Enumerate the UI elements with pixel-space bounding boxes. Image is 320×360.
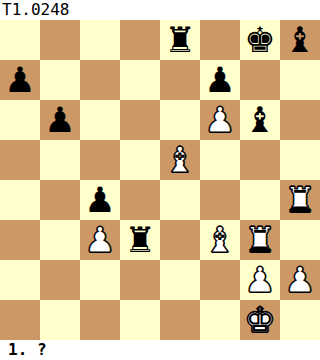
white-pawn: ♟ <box>284 260 315 300</box>
square-d2[interactable] <box>120 260 160 300</box>
square-f5[interactable] <box>200 140 240 180</box>
square-f7[interactable]: ♟ <box>200 60 240 100</box>
square-d3[interactable]: ♜ <box>120 220 160 260</box>
square-f3[interactable]: ♝ <box>200 220 240 260</box>
chess-board: ♜♚♝♟♟♟♟♝♝♟♜♟♜♝♜♟♟♚ <box>0 20 320 340</box>
square-a1[interactable] <box>0 300 40 340</box>
square-a2[interactable] <box>0 260 40 300</box>
square-b2[interactable] <box>40 260 80 300</box>
square-d5[interactable] <box>120 140 160 180</box>
square-h2[interactable]: ♟ <box>280 260 320 300</box>
square-b3[interactable] <box>40 220 80 260</box>
square-e5[interactable]: ♝ <box>160 140 200 180</box>
square-c6[interactable] <box>80 100 120 140</box>
white-rook: ♜ <box>284 180 315 220</box>
black-bishop: ♝ <box>284 20 315 60</box>
square-d7[interactable] <box>120 60 160 100</box>
square-h5[interactable] <box>280 140 320 180</box>
square-d6[interactable] <box>120 100 160 140</box>
square-f4[interactable] <box>200 180 240 220</box>
square-e7[interactable] <box>160 60 200 100</box>
square-b4[interactable] <box>40 180 80 220</box>
black-pawn: ♟ <box>204 60 235 100</box>
square-g1[interactable]: ♚ <box>240 300 280 340</box>
square-d1[interactable] <box>120 300 160 340</box>
square-g7[interactable] <box>240 60 280 100</box>
square-g2[interactable]: ♟ <box>240 260 280 300</box>
square-c7[interactable] <box>80 60 120 100</box>
black-pawn: ♟ <box>4 60 35 100</box>
square-e6[interactable] <box>160 100 200 140</box>
white-king: ♚ <box>244 300 275 340</box>
square-g5[interactable] <box>240 140 280 180</box>
white-pawn: ♟ <box>204 100 235 140</box>
square-d4[interactable] <box>120 180 160 220</box>
square-g4[interactable] <box>240 180 280 220</box>
square-a3[interactable] <box>0 220 40 260</box>
square-h3[interactable] <box>280 220 320 260</box>
square-c8[interactable] <box>80 20 120 60</box>
square-e3[interactable] <box>160 220 200 260</box>
square-g3[interactable]: ♜ <box>240 220 280 260</box>
square-b1[interactable] <box>40 300 80 340</box>
white-pawn: ♟ <box>84 220 115 260</box>
square-a5[interactable] <box>0 140 40 180</box>
square-b6[interactable]: ♟ <box>40 100 80 140</box>
square-a8[interactable] <box>0 20 40 60</box>
square-e1[interactable] <box>160 300 200 340</box>
square-f1[interactable] <box>200 300 240 340</box>
square-h8[interactable]: ♝ <box>280 20 320 60</box>
square-a6[interactable] <box>0 100 40 140</box>
square-h1[interactable] <box>280 300 320 340</box>
black-rook: ♜ <box>124 220 155 260</box>
white-pawn: ♟ <box>244 260 275 300</box>
black-pawn: ♟ <box>84 180 115 220</box>
black-pawn: ♟ <box>44 100 75 140</box>
square-g8[interactable]: ♚ <box>240 20 280 60</box>
square-c2[interactable] <box>80 260 120 300</box>
square-a4[interactable] <box>0 180 40 220</box>
square-e8[interactable]: ♜ <box>160 20 200 60</box>
square-b7[interactable] <box>40 60 80 100</box>
white-rook: ♜ <box>244 220 275 260</box>
move-prompt: 1. ? <box>0 340 320 360</box>
square-c5[interactable] <box>80 140 120 180</box>
square-g6[interactable]: ♝ <box>240 100 280 140</box>
square-h6[interactable] <box>280 100 320 140</box>
square-e2[interactable] <box>160 260 200 300</box>
square-c3[interactable]: ♟ <box>80 220 120 260</box>
square-a7[interactable]: ♟ <box>0 60 40 100</box>
white-bishop: ♝ <box>204 220 235 260</box>
square-d8[interactable] <box>120 20 160 60</box>
square-b8[interactable] <box>40 20 80 60</box>
square-f2[interactable] <box>200 260 240 300</box>
square-f6[interactable]: ♟ <box>200 100 240 140</box>
square-h7[interactable] <box>280 60 320 100</box>
square-c4[interactable]: ♟ <box>80 180 120 220</box>
square-e4[interactable] <box>160 180 200 220</box>
black-king: ♚ <box>244 20 275 60</box>
white-bishop: ♝ <box>164 140 195 180</box>
square-h4[interactable]: ♜ <box>280 180 320 220</box>
black-rook: ♜ <box>164 20 195 60</box>
square-f8[interactable] <box>200 20 240 60</box>
black-bishop: ♝ <box>244 100 275 140</box>
square-b5[interactable] <box>40 140 80 180</box>
puzzle-title: T1.0248 <box>0 0 320 20</box>
square-c1[interactable] <box>80 300 120 340</box>
